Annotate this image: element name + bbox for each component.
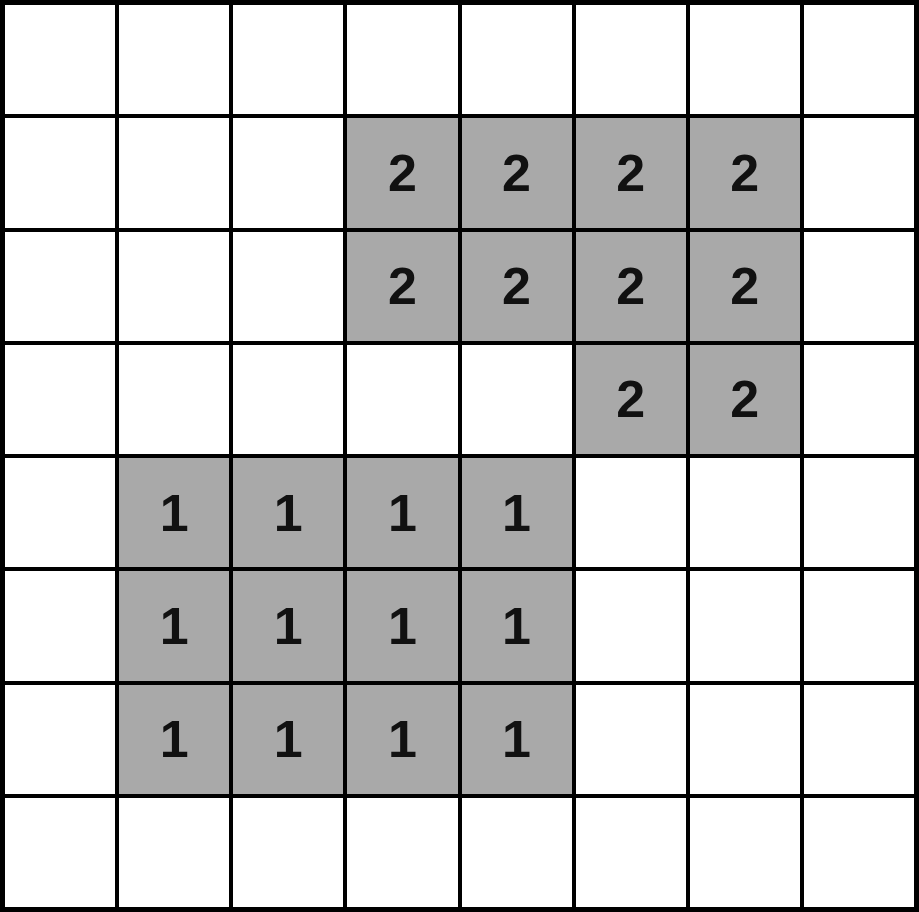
cell-r4c1[interactable] bbox=[5, 345, 115, 454]
cell-r5c8[interactable] bbox=[804, 458, 914, 567]
cell-r3c8[interactable] bbox=[804, 232, 914, 341]
cell-r5c2[interactable]: 1 bbox=[119, 458, 229, 567]
cell-r7c7[interactable] bbox=[690, 685, 800, 794]
cell-r2c5[interactable]: 2 bbox=[462, 118, 572, 227]
puzzle-board: 2222222222111111111111 bbox=[0, 0, 919, 912]
cell-r3c3[interactable] bbox=[233, 232, 343, 341]
cell-r1c8[interactable] bbox=[804, 5, 914, 114]
cell-r7c1[interactable] bbox=[5, 685, 115, 794]
cell-r6c5[interactable]: 1 bbox=[462, 571, 572, 680]
cell-r1c4[interactable] bbox=[347, 5, 457, 114]
cell-r4c2[interactable] bbox=[119, 345, 229, 454]
cell-r6c8[interactable] bbox=[804, 571, 914, 680]
cell-r8c1[interactable] bbox=[5, 798, 115, 907]
cell-r5c7[interactable] bbox=[690, 458, 800, 567]
cell-r2c4[interactable]: 2 bbox=[347, 118, 457, 227]
cell-r2c1[interactable] bbox=[5, 118, 115, 227]
cell-r7c2[interactable]: 1 bbox=[119, 685, 229, 794]
cell-r5c3[interactable]: 1 bbox=[233, 458, 343, 567]
cell-r4c5[interactable] bbox=[462, 345, 572, 454]
cell-r1c7[interactable] bbox=[690, 5, 800, 114]
cell-r1c2[interactable] bbox=[119, 5, 229, 114]
cell-r6c4[interactable]: 1 bbox=[347, 571, 457, 680]
cell-r7c6[interactable] bbox=[576, 685, 686, 794]
cell-r2c8[interactable] bbox=[804, 118, 914, 227]
cell-r2c7[interactable]: 2 bbox=[690, 118, 800, 227]
cell-r4c8[interactable] bbox=[804, 345, 914, 454]
cell-r5c4[interactable]: 1 bbox=[347, 458, 457, 567]
cell-r8c8[interactable] bbox=[804, 798, 914, 907]
cell-r6c1[interactable] bbox=[5, 571, 115, 680]
cell-r6c3[interactable]: 1 bbox=[233, 571, 343, 680]
cell-r5c1[interactable] bbox=[5, 458, 115, 567]
cell-r4c6[interactable]: 2 bbox=[576, 345, 686, 454]
cell-r4c4[interactable] bbox=[347, 345, 457, 454]
cell-r3c2[interactable] bbox=[119, 232, 229, 341]
cell-r6c6[interactable] bbox=[576, 571, 686, 680]
cell-r8c6[interactable] bbox=[576, 798, 686, 907]
cell-r8c5[interactable] bbox=[462, 798, 572, 907]
cell-r2c6[interactable]: 2 bbox=[576, 118, 686, 227]
cell-r1c1[interactable] bbox=[5, 5, 115, 114]
cell-r8c3[interactable] bbox=[233, 798, 343, 907]
cell-r1c5[interactable] bbox=[462, 5, 572, 114]
cell-r4c7[interactable]: 2 bbox=[690, 345, 800, 454]
cell-r4c3[interactable] bbox=[233, 345, 343, 454]
cell-r5c6[interactable] bbox=[576, 458, 686, 567]
cell-r8c2[interactable] bbox=[119, 798, 229, 907]
cell-r3c4[interactable]: 2 bbox=[347, 232, 457, 341]
cell-r6c7[interactable] bbox=[690, 571, 800, 680]
cell-r2c3[interactable] bbox=[233, 118, 343, 227]
cell-r7c3[interactable]: 1 bbox=[233, 685, 343, 794]
cell-r6c2[interactable]: 1 bbox=[119, 571, 229, 680]
cell-r7c8[interactable] bbox=[804, 685, 914, 794]
cell-r2c2[interactable] bbox=[119, 118, 229, 227]
cell-r1c3[interactable] bbox=[233, 5, 343, 114]
cell-r7c5[interactable]: 1 bbox=[462, 685, 572, 794]
cell-r3c7[interactable]: 2 bbox=[690, 232, 800, 341]
cell-r3c6[interactable]: 2 bbox=[576, 232, 686, 341]
cell-r8c7[interactable] bbox=[690, 798, 800, 907]
cell-r8c4[interactable] bbox=[347, 798, 457, 907]
cell-r3c1[interactable] bbox=[5, 232, 115, 341]
cell-r1c6[interactable] bbox=[576, 5, 686, 114]
cell-r7c4[interactable]: 1 bbox=[347, 685, 457, 794]
cell-r5c5[interactable]: 1 bbox=[462, 458, 572, 567]
cell-r3c5[interactable]: 2 bbox=[462, 232, 572, 341]
